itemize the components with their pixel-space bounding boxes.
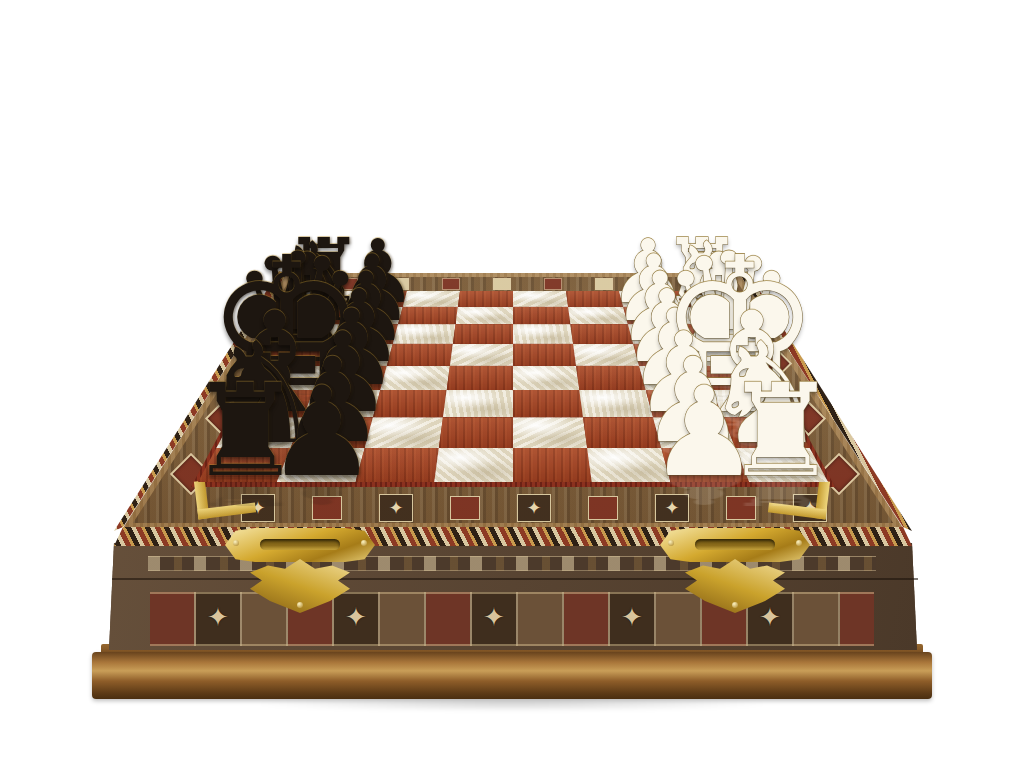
brass-clasp-right-icon — [650, 522, 820, 620]
square-e5[interactable] — [447, 366, 513, 390]
square-c4[interactable] — [513, 324, 573, 344]
piece-white-rook[interactable]: ♜ — [723, 367, 838, 495]
clasp-slot — [695, 539, 775, 550]
square-h5[interactable] — [434, 448, 513, 482]
square-b5[interactable] — [456, 307, 513, 325]
square-b4[interactable] — [513, 307, 570, 325]
piece-black-pawn[interactable]: ♟ — [266, 370, 377, 494]
square-f4[interactable] — [513, 390, 583, 417]
square-g4[interactable] — [513, 417, 587, 448]
square-d4[interactable] — [513, 344, 576, 366]
brass-clasp-left-icon — [215, 522, 385, 620]
square-f5[interactable] — [443, 390, 513, 417]
square-c5[interactable] — [453, 324, 513, 344]
square-h4[interactable] — [513, 448, 592, 482]
square-e4[interactable] — [513, 366, 579, 390]
clasp-slot — [260, 539, 340, 550]
square-d5[interactable] — [450, 344, 513, 366]
chess-set-scene: ✦✦✦✦✦ ✦✦✦✦✦ ♜♜♞♞♝♝♛♛♚♚♝♝♞♞♜♜♟♟♟♟♟♟♟♟♟♟♟♟… — [0, 0, 1024, 768]
square-g5[interactable] — [439, 417, 513, 448]
square-a5[interactable] — [458, 291, 513, 307]
square-a4[interactable] — [513, 291, 568, 307]
